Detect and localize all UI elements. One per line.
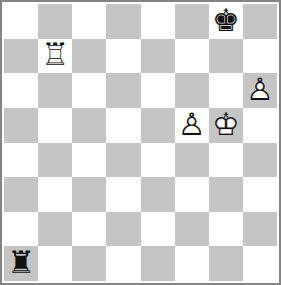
square-a6[interactable]: [4, 73, 38, 108]
square-f8[interactable]: [175, 4, 209, 39]
square-d4[interactable]: [106, 143, 140, 178]
piece-white-rook[interactable]: ♜♖: [41, 39, 69, 70]
square-d3[interactable]: [106, 177, 140, 212]
square-b1[interactable]: [38, 246, 72, 281]
piece-outline: ♙: [246, 73, 274, 107]
square-b3[interactable]: [38, 177, 72, 212]
square-h2[interactable]: [243, 212, 277, 247]
piece-white-pawn[interactable]: ♟♙: [246, 74, 274, 105]
square-d5[interactable]: [106, 108, 140, 143]
square-h5[interactable]: [243, 108, 277, 143]
square-h4[interactable]: [243, 143, 277, 178]
square-g1[interactable]: [209, 246, 243, 281]
piece-outline: ♔: [212, 108, 240, 142]
square-d6[interactable]: [106, 73, 140, 108]
square-a3[interactable]: [4, 177, 38, 212]
square-c8[interactable]: [72, 4, 106, 39]
square-f4[interactable]: [175, 143, 209, 178]
square-b5[interactable]: [38, 108, 72, 143]
square-e2[interactable]: [141, 212, 175, 247]
square-a4[interactable]: [4, 143, 38, 178]
square-f3[interactable]: [175, 177, 209, 212]
square-g4[interactable]: [209, 143, 243, 178]
piece-outline: ♙: [178, 108, 206, 142]
piece-outline: ♖: [41, 39, 69, 73]
square-d2[interactable]: [106, 212, 140, 247]
square-c2[interactable]: [72, 212, 106, 247]
square-h6[interactable]: ♟♙: [243, 73, 277, 108]
square-a1[interactable]: ♜: [4, 246, 38, 281]
square-b6[interactable]: [38, 73, 72, 108]
square-g6[interactable]: [209, 73, 243, 108]
square-c6[interactable]: [72, 73, 106, 108]
square-b8[interactable]: [38, 4, 72, 39]
square-g8[interactable]: ♚: [209, 4, 243, 39]
square-a5[interactable]: [4, 108, 38, 143]
square-f6[interactable]: [175, 73, 209, 108]
square-e6[interactable]: [141, 73, 175, 108]
square-e3[interactable]: [141, 177, 175, 212]
square-b2[interactable]: [38, 212, 72, 247]
square-g5[interactable]: ♚♔: [209, 108, 243, 143]
square-e8[interactable]: [141, 4, 175, 39]
square-e7[interactable]: [141, 39, 175, 74]
square-e1[interactable]: [141, 246, 175, 281]
piece-white-pawn[interactable]: ♟♙: [178, 109, 206, 140]
square-g2[interactable]: [209, 212, 243, 247]
square-e4[interactable]: [141, 143, 175, 178]
chess-board-frame: ♚♜♖♟♙♟♙♚♔♜: [0, 0, 281, 285]
square-a2[interactable]: [4, 212, 38, 247]
square-c5[interactable]: [72, 108, 106, 143]
square-h3[interactable]: [243, 177, 277, 212]
square-f5[interactable]: ♟♙: [175, 108, 209, 143]
piece-black-rook[interactable]: ♜: [7, 247, 35, 278]
square-a7[interactable]: [4, 39, 38, 74]
square-a8[interactable]: [4, 4, 38, 39]
square-f2[interactable]: [175, 212, 209, 247]
square-d7[interactable]: [106, 39, 140, 74]
square-c4[interactable]: [72, 143, 106, 178]
piece-black-king[interactable]: ♚: [212, 5, 240, 36]
square-h1[interactable]: [243, 246, 277, 281]
square-d8[interactable]: [106, 4, 140, 39]
square-c1[interactable]: [72, 246, 106, 281]
square-g7[interactable]: [209, 39, 243, 74]
square-b7[interactable]: ♜♖: [38, 39, 72, 74]
square-f7[interactable]: [175, 39, 209, 74]
square-h8[interactable]: [243, 4, 277, 39]
square-e5[interactable]: [141, 108, 175, 143]
square-d1[interactable]: [106, 246, 140, 281]
square-g3[interactable]: [209, 177, 243, 212]
chess-board: ♚♜♖♟♙♟♙♚♔♜: [4, 4, 277, 281]
square-h7[interactable]: [243, 39, 277, 74]
square-c7[interactable]: [72, 39, 106, 74]
square-c3[interactable]: [72, 177, 106, 212]
square-f1[interactable]: [175, 246, 209, 281]
piece-white-king[interactable]: ♚♔: [212, 109, 240, 140]
square-b4[interactable]: [38, 143, 72, 178]
